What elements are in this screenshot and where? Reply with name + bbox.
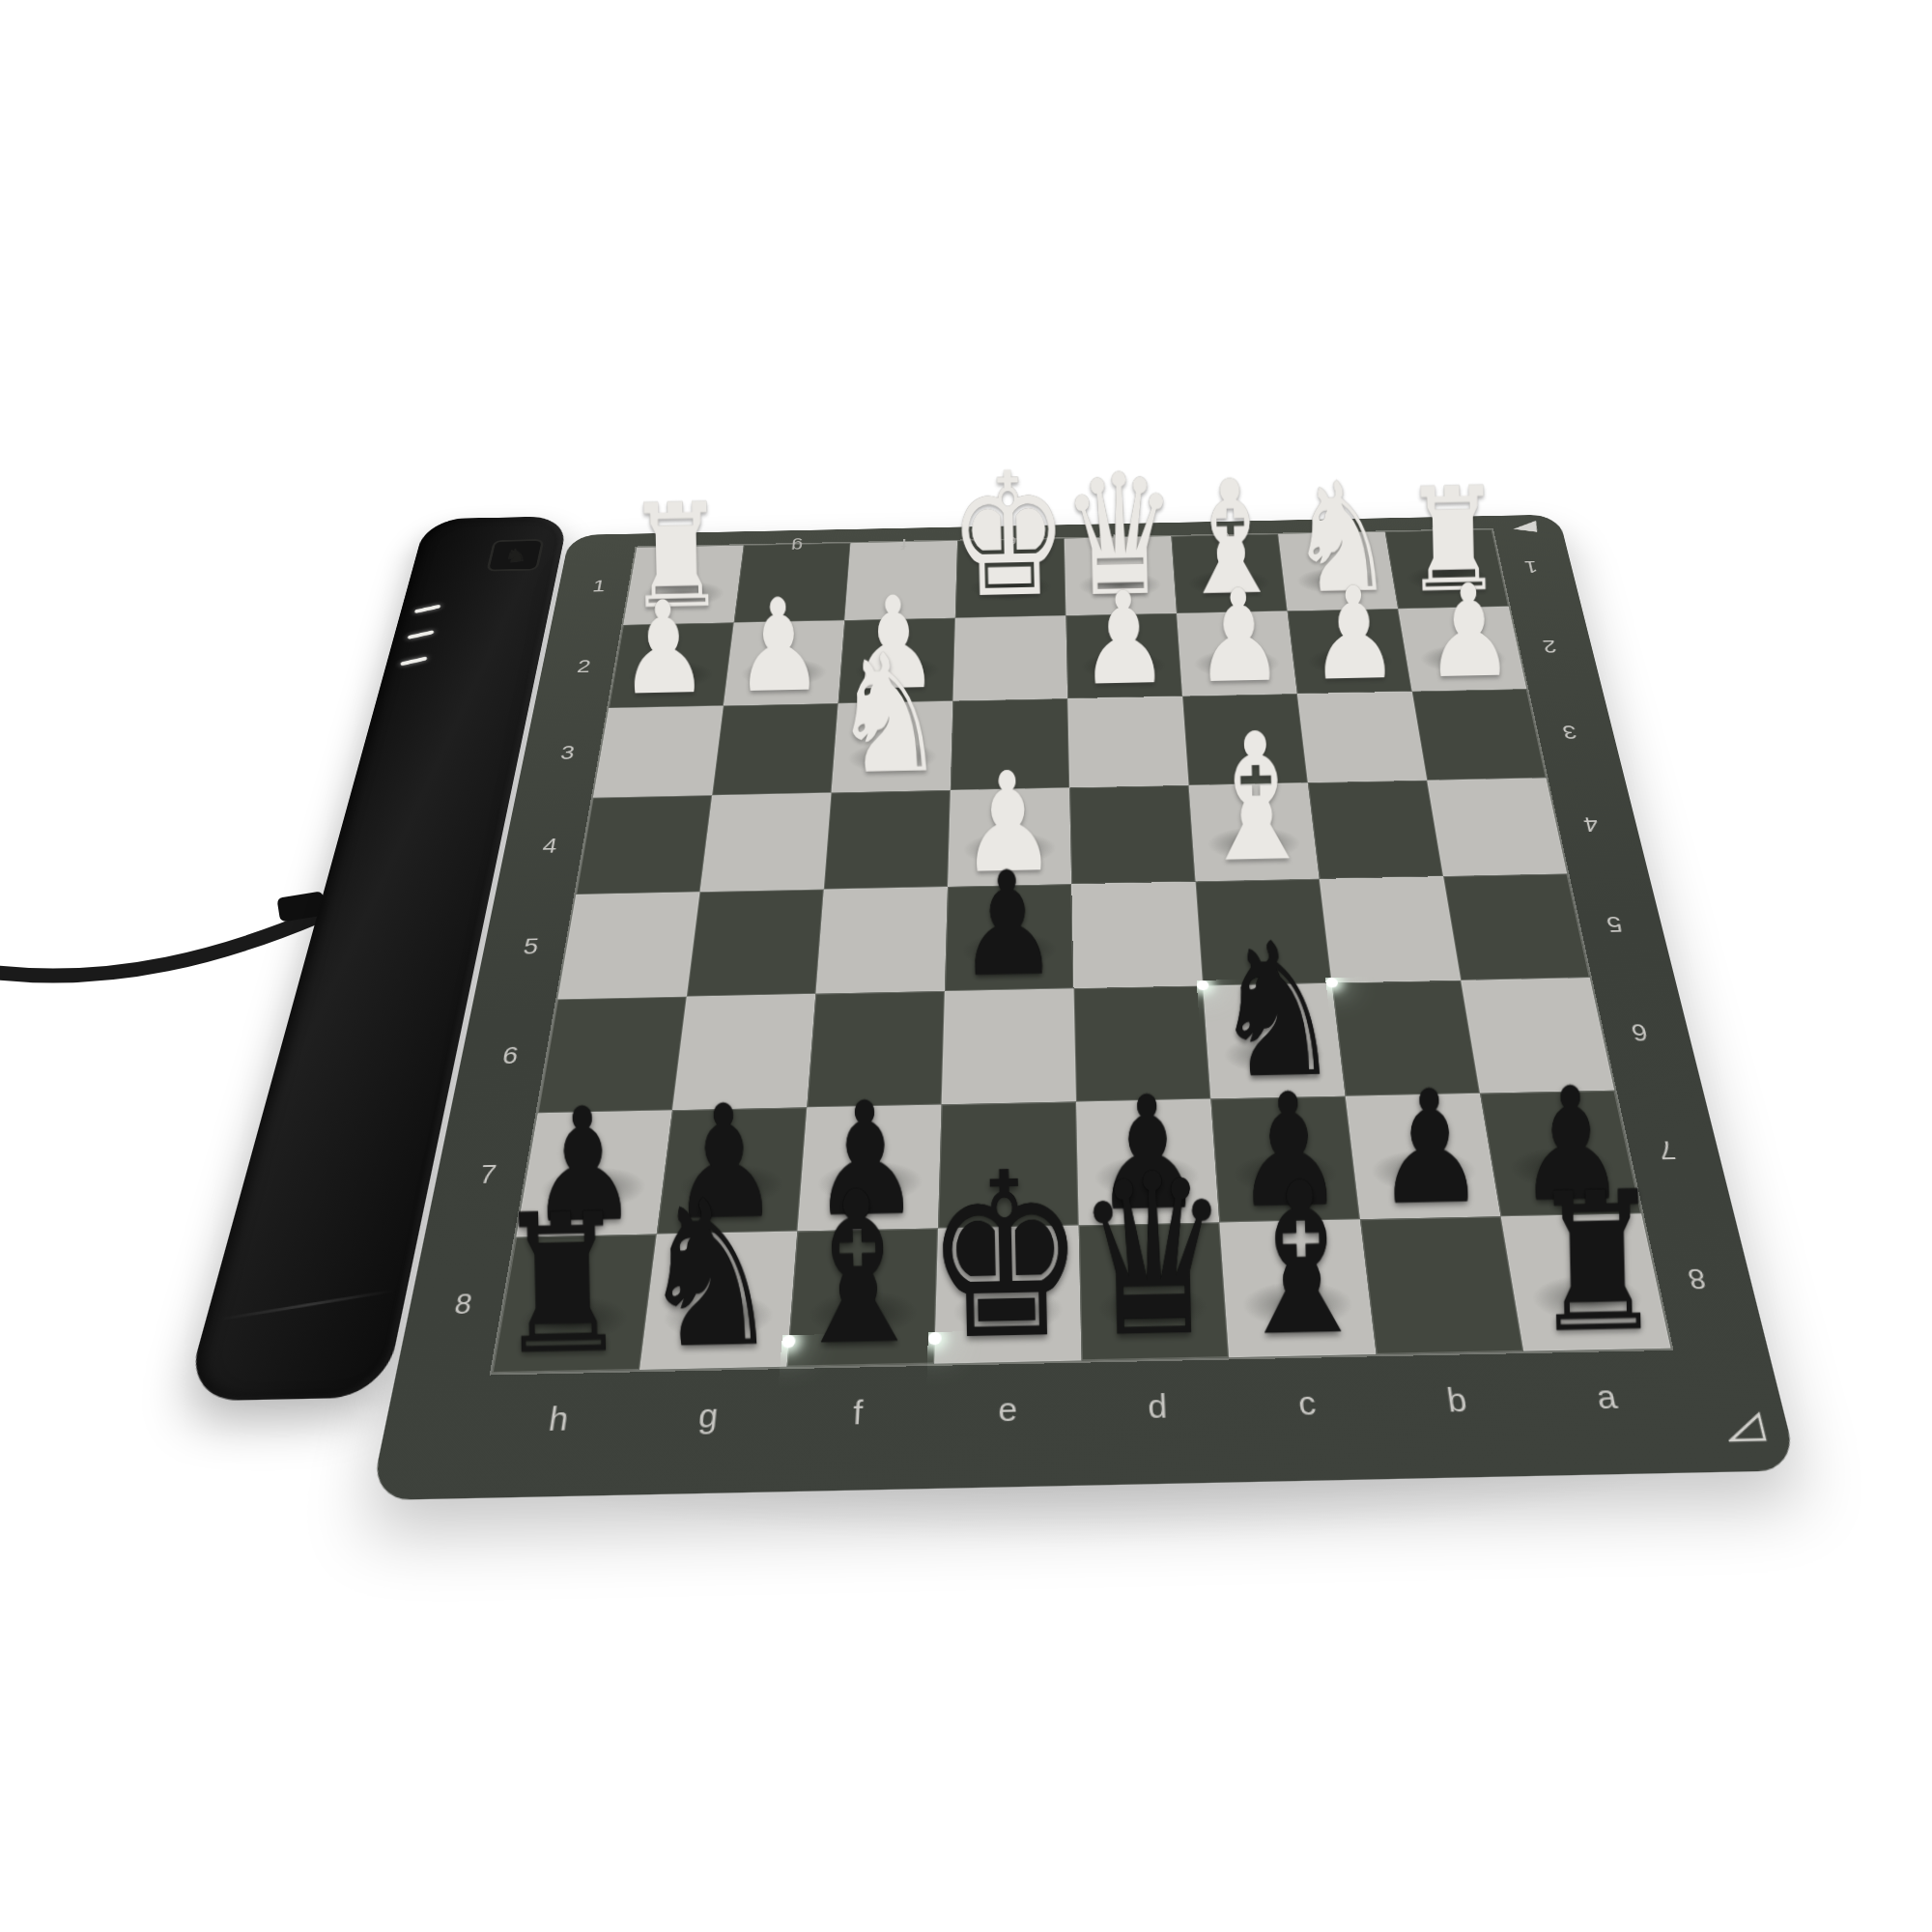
rank-label-left-3: 3 [538, 708, 596, 799]
board-assembly: ♞ ♜♚♛♝♞♜♟♟♟♟♟♟♟♞♟♝♟♞♟♟♟♟♟♟♟♜♞♝♚♛♝♜ hgfed… [370, 515, 1799, 1501]
file-label-bottom-b: b [1379, 1379, 1536, 1428]
file-label-bottom-g: g [630, 1396, 784, 1444]
piece-black-rook-a8: ♜ [1480, 1165, 1715, 1361]
board-stage: ♞ ♜♚♛♝♞♜♟♟♟♟♟♟♟♞♟♝♟♞♟♟♟♟♟♟♟♜♞♝♚♛♝♜ hgfed… [488, 351, 1657, 1485]
file-label-bottom-a: a [1528, 1377, 1687, 1425]
rank-label-left-5: 5 [498, 895, 563, 1000]
rank-label-right-4: 4 [1559, 777, 1625, 873]
file-label-bottom-c: c [1231, 1383, 1385, 1432]
rank-label-left-4: 4 [519, 798, 580, 895]
usb-cable-wire [0, 916, 319, 976]
corner-marker-bottom-right [1722, 1411, 1770, 1444]
piece-white-bishop-c4: ♝ [1157, 708, 1354, 888]
rank-label-right-5: 5 [1580, 872, 1649, 977]
piece-black-pawn-e5: ♟ [905, 850, 1110, 998]
square-c4: ♝ [1189, 782, 1320, 881]
file-label-top-h: h [635, 539, 744, 557]
file-label-top-e: e [957, 533, 1065, 552]
file-label-bottom-e: e [932, 1389, 1083, 1437]
file-label-top-a: a [1384, 524, 1494, 542]
file-label-top-f: f [850, 535, 958, 554]
status-led-tick-3 [400, 657, 427, 667]
piece-black-bishop-c8: ♝ [1183, 1152, 1418, 1367]
rank-label-right-3: 3 [1539, 688, 1601, 778]
square-e5: ♟ [945, 884, 1074, 991]
square-c8: ♝ [1219, 1219, 1376, 1357]
file-label-top-d: d [1065, 530, 1173, 549]
brand-logo-badge: ♞ [486, 539, 544, 571]
corner-marker-top-right [1510, 520, 1542, 535]
file-label-top-g: g [742, 537, 850, 555]
file-labels-bottom: hgfedcba [479, 1377, 1687, 1447]
file-label-bottom-f: f [781, 1392, 934, 1440]
file-label-bottom-d: d [1082, 1386, 1234, 1435]
board-grid: ♜♚♛♝♞♜♟♟♟♟♟♟♟♞♟♝♟♞♟♟♟♟♟♟♟♜♞♝♚♛♝♜ [492, 529, 1670, 1373]
file-label-top-b: b [1277, 526, 1386, 545]
status-led-tick-1 [414, 605, 440, 613]
status-led-tick-2 [408, 630, 434, 639]
knight-logo-icon: ♞ [503, 543, 527, 567]
rail-seam [218, 1289, 394, 1321]
square-a8: ♜ [1501, 1213, 1671, 1351]
product-photo-page: { "game": "chess", "scene": { "descripti… [0, 0, 1932, 1932]
board-mat: ♜♚♛♝♞♜♟♟♟♟♟♟♟♞♟♝♟♞♟♟♟♟♟♟♟♜♞♝♚♛♝♜ hgfedcb… [370, 515, 1799, 1501]
file-label-top-c: c [1171, 528, 1279, 547]
square-a2: ♟ [1398, 607, 1526, 692]
file-label-bottom-h: h [479, 1399, 636, 1447]
